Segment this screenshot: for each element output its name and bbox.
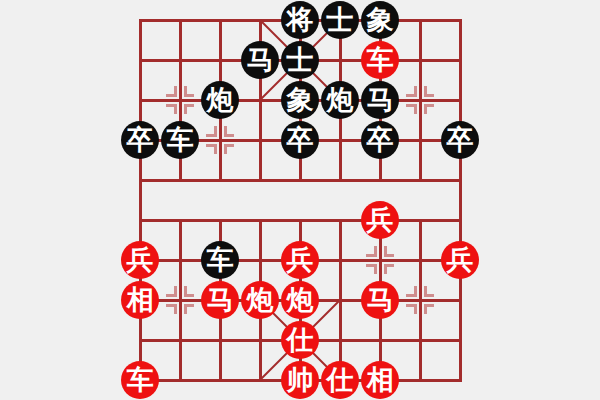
piece-black-elephant[interactable]: 象 (281, 81, 319, 119)
piece-red-cannon[interactable]: 炮 (241, 281, 279, 319)
piece-red-soldier[interactable]: 兵 (281, 241, 319, 279)
piece-red-general[interactable]: 帅 (281, 361, 319, 399)
piece-black-general[interactable]: 将 (281, 1, 319, 39)
piece-black-advisor[interactable]: 士 (321, 1, 359, 39)
piece-black-elephant[interactable]: 象 (361, 1, 399, 39)
piece-black-cannon[interactable]: 炮 (321, 81, 359, 119)
piece-black-advisor[interactable]: 士 (281, 41, 319, 79)
piece-red-chariot[interactable]: 车 (121, 361, 159, 399)
piece-black-soldier[interactable]: 卒 (281, 121, 319, 159)
piece-black-horse[interactable]: 马 (361, 81, 399, 119)
piece-black-chariot[interactable]: 车 (161, 121, 199, 159)
piece-black-soldier[interactable]: 卒 (121, 121, 159, 159)
piece-red-soldier[interactable]: 兵 (121, 241, 159, 279)
pieces-layer: 将士象马士车炮象炮马卒车卒卒卒兵兵车兵兵相马炮炮马仕车帅仕相 (0, 0, 600, 400)
piece-red-elephant[interactable]: 相 (121, 281, 159, 319)
piece-red-soldier[interactable]: 兵 (361, 201, 399, 239)
piece-red-advisor[interactable]: 仕 (321, 361, 359, 399)
piece-red-elephant[interactable]: 相 (361, 361, 399, 399)
piece-black-horse[interactable]: 马 (241, 41, 279, 79)
piece-red-cannon[interactable]: 炮 (281, 281, 319, 319)
piece-black-cannon[interactable]: 炮 (201, 81, 239, 119)
piece-red-chariot[interactable]: 车 (361, 41, 399, 79)
piece-black-chariot[interactable]: 车 (201, 241, 239, 279)
piece-black-soldier[interactable]: 卒 (361, 121, 399, 159)
piece-red-advisor[interactable]: 仕 (281, 321, 319, 359)
piece-red-horse[interactable]: 马 (361, 281, 399, 319)
xiangqi-board-diagram: 将士象马士车炮象炮马卒车卒卒卒兵兵车兵兵相马炮炮马仕车帅仕相 (0, 0, 600, 400)
piece-red-soldier[interactable]: 兵 (441, 241, 479, 279)
piece-black-soldier[interactable]: 卒 (441, 121, 479, 159)
piece-red-horse[interactable]: 马 (201, 281, 239, 319)
